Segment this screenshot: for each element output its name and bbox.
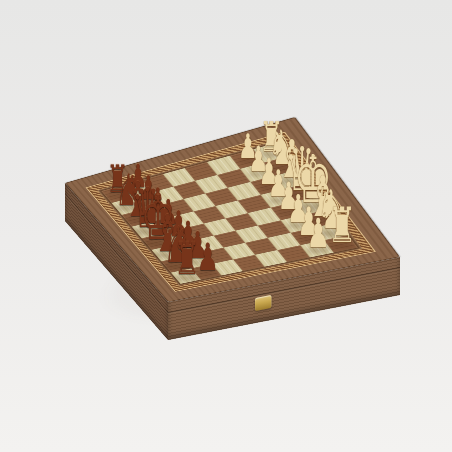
- piece-black-rook-h8: ♜: [172, 237, 201, 281]
- chess-set-scene: ♜♟♞♟♝♟♟♛♜♟♟♚♞♟♟♝♝♟♟♛♞♟♟♚♜♟♟♝♟♞♟♜: [0, 0, 452, 452]
- piece-white-pawn-h2: ♟: [305, 213, 331, 253]
- pieces-layer: ♜♟♞♟♝♟♟♛♜♟♟♚♞♟♟♝♝♟♟♛♞♟♟♚♜♟♟♝♟♞♟♜: [0, 0, 452, 452]
